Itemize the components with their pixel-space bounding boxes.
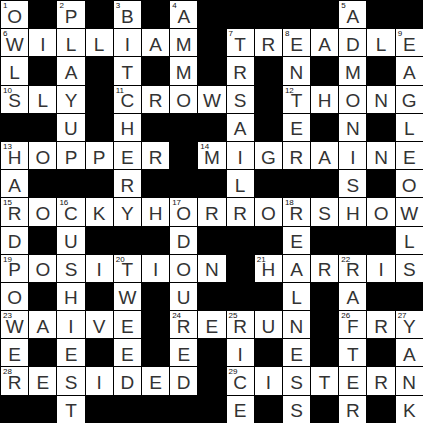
letter-cell[interactable]: A	[142, 29, 170, 57]
cell-letter: L	[235, 176, 246, 195]
letter-cell[interactable]: M	[170, 29, 198, 57]
letter-cell[interactable]: 3B	[114, 1, 142, 29]
letter-cell[interactable]: L	[227, 170, 255, 198]
black-cell	[198, 114, 226, 142]
letter-cell[interactable]: S	[227, 86, 255, 114]
cell-letter: L	[94, 35, 105, 54]
black-cell	[367, 170, 395, 198]
cell-letter: I	[237, 148, 242, 167]
black-cell	[29, 283, 57, 311]
letter-cell[interactable]: 10S	[1, 86, 29, 114]
cell-letter: M	[176, 35, 192, 54]
letter-cell[interactable]: 18R	[283, 198, 311, 226]
letter-cell[interactable]: E	[170, 339, 198, 367]
letter-cell[interactable]: 5A	[339, 1, 367, 29]
letter-cell[interactable]: A	[339, 283, 367, 311]
cell-letter: I	[266, 373, 271, 392]
clue-number: 26	[341, 312, 350, 320]
clue-number: 19	[3, 256, 12, 264]
clue-number: 22	[341, 256, 350, 264]
letter-cell[interactable]: D	[1, 227, 29, 255]
letter-cell[interactable]: E	[198, 311, 226, 339]
letter-cell[interactable]: E	[114, 339, 142, 367]
letter-cell[interactable]: I	[114, 29, 142, 57]
black-cell	[86, 396, 114, 423]
letter-cell[interactable]: A	[57, 57, 85, 85]
cell-letter: E	[121, 345, 134, 364]
letter-cell[interactable]: E	[283, 114, 311, 142]
cell-letter: E	[290, 119, 303, 138]
letter-cell[interactable]: R	[283, 142, 311, 170]
cell-letter: A	[65, 63, 78, 82]
clue-number: 3	[116, 2, 120, 10]
clue-number: 11	[116, 87, 124, 95]
letter-cell[interactable]: T	[339, 339, 367, 367]
clue-number: 18	[285, 199, 294, 207]
letter-cell[interactable]: 20T	[114, 255, 142, 283]
cell-letter: T	[347, 345, 359, 364]
cell-letter: Y	[65, 91, 78, 110]
cell-letter: A	[149, 35, 162, 54]
black-cell	[311, 283, 339, 311]
letter-cell[interactable]: O	[339, 86, 367, 114]
cell-letter: A	[8, 176, 21, 195]
cell-letter: S	[347, 176, 360, 195]
letter-cell[interactable]: A	[283, 255, 311, 283]
letter-cell[interactable]: R	[142, 142, 170, 170]
letter-cell[interactable]: I	[142, 255, 170, 283]
cell-letter: L	[404, 119, 415, 138]
cell-letter: W	[118, 288, 136, 307]
letter-cell[interactable]: E	[1, 339, 29, 367]
cell-letter: L	[9, 63, 20, 82]
black-cell	[396, 283, 423, 311]
cell-letter: M	[176, 63, 192, 82]
black-cell	[367, 396, 395, 423]
cell-letter: S	[403, 260, 416, 279]
letter-cell[interactable]: 8E	[283, 29, 311, 57]
clue-number: 17	[172, 199, 181, 207]
letter-cell[interactable]: 22R	[339, 255, 367, 283]
black-cell	[1, 114, 29, 142]
letter-cell[interactable]: E	[396, 142, 423, 170]
letter-cell[interactable]: Y	[114, 198, 142, 226]
letter-cell[interactable]: G	[396, 86, 423, 114]
letter-cell[interactable]: N	[367, 86, 395, 114]
letter-cell[interactable]: 1O	[1, 1, 29, 29]
black-cell	[255, 170, 283, 198]
letter-cell[interactable]: E	[283, 227, 311, 255]
crossword-board: 1O2P3B4A5A6WILLIAM7TR8EADL9ELATMRNMA10SL…	[0, 0, 423, 423]
black-cell	[86, 339, 114, 367]
letter-cell[interactable]: S	[311, 198, 339, 226]
clue-number: 8	[285, 30, 289, 38]
letter-cell[interactable]: H	[339, 198, 367, 226]
letter-cell[interactable]: L	[367, 29, 395, 57]
cell-letter: R	[233, 63, 247, 82]
letter-cell[interactable]: K	[396, 396, 423, 423]
black-cell	[29, 339, 57, 367]
black-cell	[142, 311, 170, 339]
letter-cell[interactable]: 27Y	[396, 311, 423, 339]
cell-letter: E	[234, 401, 247, 420]
letter-cell[interactable]: A	[311, 142, 339, 170]
letter-cell[interactable]: 26F	[339, 311, 367, 339]
letter-cell[interactable]: O	[29, 255, 57, 283]
black-cell	[367, 57, 395, 85]
letter-cell[interactable]: I	[339, 142, 367, 170]
letter-cell[interactable]: A	[396, 339, 423, 367]
black-cell	[311, 57, 339, 85]
black-cell	[142, 1, 170, 29]
black-cell	[198, 29, 226, 57]
cell-letter: S	[318, 204, 331, 223]
black-cell	[367, 1, 395, 29]
cell-letter: I	[378, 260, 383, 279]
cell-letter: N	[374, 91, 388, 110]
cell-letter: R	[149, 148, 163, 167]
letter-cell[interactable]: L	[396, 114, 423, 142]
clue-number: 29	[229, 368, 238, 376]
cell-letter: I	[40, 35, 45, 54]
clue-number: 20	[116, 256, 125, 264]
cell-letter: S	[234, 91, 247, 110]
cell-letter: A	[234, 119, 247, 138]
cell-letter: A	[403, 63, 416, 82]
letter-cell[interactable]: 25R	[227, 311, 255, 339]
black-cell	[311, 114, 339, 142]
letter-cell[interactable]: I	[86, 367, 114, 395]
black-cell	[170, 170, 198, 198]
letter-cell[interactable]: O	[255, 198, 283, 226]
cell-letter: K	[403, 401, 416, 420]
letter-cell[interactable]: A	[1, 170, 29, 198]
letter-cell[interactable]: L	[57, 29, 85, 57]
cell-letter: L	[37, 91, 48, 110]
cell-letter: W	[6, 35, 24, 54]
cell-letter: B	[121, 7, 134, 26]
clue-number: 13	[3, 143, 12, 151]
letter-cell[interactable]: W	[114, 283, 142, 311]
cell-letter: T	[65, 401, 77, 420]
letter-cell[interactable]: R	[311, 255, 339, 283]
cell-letter: R	[205, 204, 219, 223]
letter-cell[interactable]: O	[29, 142, 57, 170]
cell-letter: H	[318, 91, 332, 110]
cell-letter: I	[350, 148, 355, 167]
letter-cell[interactable]: D	[114, 367, 142, 395]
letter-cell[interactable]: S	[283, 367, 311, 395]
cell-letter: H	[64, 288, 78, 307]
letter-cell[interactable]: U	[255, 311, 283, 339]
letter-cell[interactable]: R	[142, 86, 170, 114]
letter-cell[interactable]: 17O	[170, 198, 198, 226]
letter-cell[interactable]: V	[86, 311, 114, 339]
letter-cell[interactable]: U	[57, 114, 85, 142]
letter-cell[interactable]: S	[57, 367, 85, 395]
black-cell	[367, 227, 395, 255]
cell-letter: N	[346, 119, 360, 138]
letter-cell[interactable]: T	[114, 57, 142, 85]
black-cell	[1, 396, 29, 423]
letter-cell[interactable]: R	[255, 29, 283, 57]
black-cell	[255, 339, 283, 367]
letter-cell[interactable]: 9E	[396, 29, 423, 57]
letter-cell[interactable]: W	[396, 198, 423, 226]
letter-cell[interactable]: I	[29, 29, 57, 57]
black-cell	[142, 339, 170, 367]
letter-cell[interactable]: N	[283, 311, 311, 339]
cell-letter: A	[318, 35, 331, 54]
clue-number: 9	[398, 30, 402, 38]
letter-cell[interactable]: W	[198, 86, 226, 114]
cell-letter: N	[290, 63, 304, 82]
cell-letter: O	[35, 148, 50, 167]
black-cell	[367, 339, 395, 367]
cell-letter: G	[402, 91, 417, 110]
cell-letter: E	[403, 35, 416, 54]
black-cell	[29, 1, 57, 29]
letter-cell[interactable]: 11C	[114, 86, 142, 114]
letter-cell[interactable]: D	[339, 29, 367, 57]
letter-cell[interactable]: R	[367, 367, 395, 395]
cell-letter: D	[177, 232, 191, 251]
letter-cell[interactable]: L	[1, 57, 29, 85]
letter-cell[interactable]: L	[86, 29, 114, 57]
letter-cell[interactable]: N	[198, 255, 226, 283]
letter-cell[interactable]: U	[170, 283, 198, 311]
letter-cell[interactable]: N	[367, 142, 395, 170]
black-cell	[311, 339, 339, 367]
black-cell	[198, 57, 226, 85]
letter-cell[interactable]: O	[29, 198, 57, 226]
letter-cell[interactable]: H	[311, 86, 339, 114]
black-cell	[255, 114, 283, 142]
letter-cell[interactable]: R	[227, 57, 255, 85]
black-cell	[339, 227, 367, 255]
black-cell	[227, 1, 255, 29]
clue-number: 5	[341, 2, 345, 10]
black-cell	[86, 114, 114, 142]
letter-cell[interactable]: M	[339, 57, 367, 85]
cell-letter: P	[65, 148, 78, 167]
letter-cell[interactable]: 28R	[1, 367, 29, 395]
letter-cell[interactable]: E	[57, 339, 85, 367]
black-cell	[311, 227, 339, 255]
clue-number: 24	[172, 312, 181, 320]
letter-cell[interactable]: T	[311, 367, 339, 395]
letter-cell[interactable]: M	[170, 57, 198, 85]
letter-cell[interactable]: 16C	[57, 198, 85, 226]
letter-cell[interactable]: 21H	[255, 255, 283, 283]
letter-cell[interactable]: I	[255, 367, 283, 395]
letter-cell[interactable]: S	[339, 170, 367, 198]
black-cell	[255, 1, 283, 29]
letter-cell[interactable]: A	[227, 114, 255, 142]
letter-cell[interactable]: E	[114, 142, 142, 170]
cell-letter: E	[121, 148, 134, 167]
letter-cell[interactable]: S	[283, 396, 311, 423]
black-cell	[142, 227, 170, 255]
letter-cell[interactable]: 13H	[1, 142, 29, 170]
letter-cell[interactable]: R	[367, 311, 395, 339]
letter-cell[interactable]: O	[170, 255, 198, 283]
letter-cell[interactable]: I	[367, 255, 395, 283]
letter-cell[interactable]: H	[57, 283, 85, 311]
letter-cell[interactable]: H	[142, 198, 170, 226]
letter-cell[interactable]: L	[29, 86, 57, 114]
letter-cell[interactable]: T	[57, 396, 85, 423]
letter-cell[interactable]: 23W	[1, 311, 29, 339]
letter-cell[interactable]: R	[114, 170, 142, 198]
letter-cell[interactable]: 14M	[198, 142, 226, 170]
black-cell	[367, 114, 395, 142]
letter-cell[interactable]: 6W	[1, 29, 29, 57]
black-cell	[142, 170, 170, 198]
letter-cell[interactable]: 2P	[57, 1, 85, 29]
black-cell	[170, 396, 198, 423]
letter-cell[interactable]: S	[57, 255, 85, 283]
black-cell	[255, 396, 283, 423]
black-cell	[227, 255, 255, 283]
black-cell	[170, 114, 198, 142]
clue-number: 15	[3, 199, 12, 207]
letter-cell[interactable]: L	[396, 227, 423, 255]
clue-number: 7	[229, 30, 233, 38]
clue-number: 10	[3, 87, 12, 95]
letter-cell[interactable]: R	[227, 198, 255, 226]
cell-letter: E	[403, 148, 416, 167]
cell-letter: R	[120, 176, 134, 195]
letter-cell[interactable]: E	[142, 367, 170, 395]
letter-cell[interactable]: S	[396, 255, 423, 283]
cell-letter: D	[8, 232, 22, 251]
cell-letter: I	[237, 345, 242, 364]
letter-cell[interactable]: 29C	[227, 367, 255, 395]
letter-cell[interactable]: U	[57, 227, 85, 255]
letter-cell[interactable]: I	[227, 142, 255, 170]
black-cell	[227, 283, 255, 311]
clue-number: 27	[398, 312, 407, 320]
black-cell	[142, 114, 170, 142]
black-cell	[86, 57, 114, 85]
letter-cell[interactable]: I	[57, 311, 85, 339]
clue-number: 4	[172, 2, 176, 10]
cell-letter: U	[64, 119, 78, 138]
cell-letter: L	[291, 288, 302, 307]
cell-letter: O	[176, 260, 191, 279]
letter-cell[interactable]: 24R	[170, 311, 198, 339]
black-cell	[367, 283, 395, 311]
black-cell	[142, 283, 170, 311]
cell-letter: S	[65, 373, 78, 392]
cell-letter: E	[347, 373, 360, 392]
letter-cell[interactable]: E	[227, 396, 255, 423]
cell-letter: E	[290, 35, 303, 54]
clue-number: 28	[3, 368, 12, 376]
cell-letter: O	[7, 7, 22, 26]
black-cell	[198, 367, 226, 395]
clue-number: 1	[3, 2, 7, 10]
letter-cell[interactable]: O	[367, 198, 395, 226]
cell-letter: U	[177, 288, 191, 307]
cell-letter: O	[261, 204, 276, 223]
letter-cell[interactable]: N	[283, 57, 311, 85]
cell-letter: A	[290, 260, 303, 279]
cell-letter: I	[97, 373, 102, 392]
letter-cell[interactable]: N	[396, 367, 423, 395]
letter-cell[interactable]: O	[1, 283, 29, 311]
letter-cell[interactable]: 7T	[227, 29, 255, 57]
black-cell	[255, 86, 283, 114]
black-cell	[114, 396, 142, 423]
cell-letter: R	[290, 148, 304, 167]
letter-cell[interactable]: E	[283, 339, 311, 367]
cell-letter: O	[35, 260, 50, 279]
letter-cell[interactable]: P	[86, 142, 114, 170]
letter-cell[interactable]: 15R	[1, 198, 29, 226]
clue-number: 21	[257, 256, 266, 264]
letter-cell[interactable]: Y	[57, 86, 85, 114]
letter-cell[interactable]: I	[227, 339, 255, 367]
letter-cell[interactable]: P	[57, 142, 85, 170]
black-cell	[255, 227, 283, 255]
letter-cell[interactable]: R	[339, 396, 367, 423]
cell-letter: I	[125, 35, 130, 54]
cell-letter: S	[65, 260, 78, 279]
letter-cell[interactable]: E	[339, 367, 367, 395]
cell-letter: E	[206, 317, 219, 336]
letter-cell[interactable]: K	[86, 198, 114, 226]
letter-cell[interactable]: H	[114, 114, 142, 142]
letter-cell[interactable]: L	[283, 283, 311, 311]
letter-cell[interactable]: 12T	[283, 86, 311, 114]
letter-cell[interactable]: R	[198, 198, 226, 226]
cell-letter: M	[345, 63, 361, 82]
letter-cell[interactable]: O	[396, 170, 423, 198]
letter-cell[interactable]: E	[114, 311, 142, 339]
cell-letter: O	[7, 288, 22, 307]
cell-letter: R	[233, 204, 247, 223]
black-cell	[29, 170, 57, 198]
cell-letter: S	[290, 401, 303, 420]
cell-letter: N	[205, 260, 219, 279]
black-cell	[198, 170, 226, 198]
letter-cell[interactable]: I	[86, 255, 114, 283]
cell-letter: H	[120, 119, 134, 138]
letter-cell[interactable]: A	[29, 311, 57, 339]
letter-cell[interactable]: D	[170, 227, 198, 255]
letter-cell[interactable]: N	[339, 114, 367, 142]
black-cell	[170, 142, 198, 170]
letter-cell[interactable]: 4A	[170, 1, 198, 29]
black-cell	[255, 283, 283, 311]
cell-letter: P	[93, 148, 106, 167]
letter-cell[interactable]: E	[29, 367, 57, 395]
letter-cell[interactable]: A	[311, 29, 339, 57]
letter-cell[interactable]: 19P	[1, 255, 29, 283]
letter-cell[interactable]: G	[255, 142, 283, 170]
letter-cell[interactable]: A	[396, 57, 423, 85]
cell-letter: T	[122, 63, 134, 82]
black-cell	[114, 227, 142, 255]
cell-letter: A	[347, 7, 360, 26]
cell-letter: Y	[121, 204, 134, 223]
letter-cell[interactable]: O	[170, 86, 198, 114]
black-cell	[198, 339, 226, 367]
cell-letter: R	[346, 401, 360, 420]
letter-cell[interactable]: D	[170, 367, 198, 395]
